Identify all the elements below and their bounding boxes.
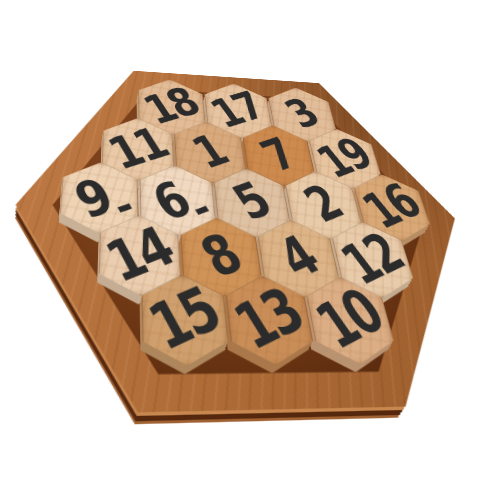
tile-number: 5 xyxy=(225,176,278,228)
tile-number: 2 xyxy=(296,179,350,230)
product-photo: 18173111719965216148412151310 xyxy=(0,0,480,480)
tile-number: 1 xyxy=(185,129,235,176)
orientation-underline-mark xyxy=(194,205,208,214)
tile-number: 8 xyxy=(193,226,250,286)
tile-number: 7 xyxy=(253,132,304,178)
orientation-underline-mark xyxy=(117,203,132,212)
tile-number: 3 xyxy=(278,94,326,135)
tile-number: 9 xyxy=(67,168,133,227)
tile-number: 4 xyxy=(270,228,328,287)
tile-number: 6 xyxy=(144,171,210,229)
